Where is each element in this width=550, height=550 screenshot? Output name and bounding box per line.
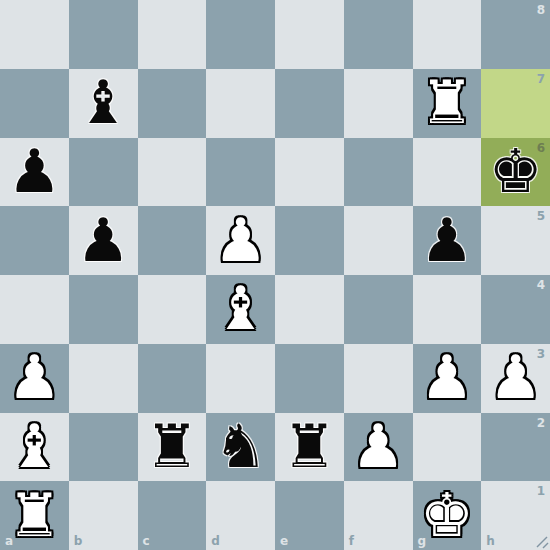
square-a5[interactable] <box>0 206 69 275</box>
square-g7[interactable]: ♜ <box>413 69 482 138</box>
square-a3[interactable]: ♟ <box>0 344 69 413</box>
square-g8[interactable] <box>413 0 482 69</box>
square-b7[interactable]: ♝ <box>69 69 138 138</box>
chess-board[interactable]: 8♝♜7♟♚6♟♟♟5♝4♟♟♟3♝♜♞♜♟2♜abcdef♚g1h <box>0 0 550 550</box>
square-b6[interactable] <box>69 138 138 207</box>
white-pawn-g3[interactable]: ♟ <box>420 347 474 407</box>
rank-coordinate-3: 3 <box>537 348 545 360</box>
square-b5[interactable]: ♟ <box>69 206 138 275</box>
square-a8[interactable] <box>0 0 69 69</box>
square-h3[interactable]: ♟3 <box>481 344 550 413</box>
square-a1[interactable]: ♜a <box>0 481 69 550</box>
square-d6[interactable] <box>206 138 275 207</box>
black-knight-d2[interactable]: ♞ <box>214 416 268 476</box>
white-bishop-a2[interactable]: ♝ <box>7 416 61 476</box>
white-pawn-a3[interactable]: ♟ <box>7 347 61 407</box>
square-g4[interactable] <box>413 275 482 344</box>
square-g2[interactable] <box>413 413 482 482</box>
square-g3[interactable]: ♟ <box>413 344 482 413</box>
rank-coordinate-5: 5 <box>537 210 545 222</box>
chess-board-container: 8♝♜7♟♚6♟♟♟5♝4♟♟♟3♝♜♞♜♟2♜abcdef♚g1h <box>0 0 550 550</box>
square-d2[interactable]: ♞ <box>206 413 275 482</box>
square-c1[interactable]: c <box>138 481 207 550</box>
square-d8[interactable] <box>206 0 275 69</box>
square-d1[interactable]: d <box>206 481 275 550</box>
square-b2[interactable] <box>69 413 138 482</box>
square-e8[interactable] <box>275 0 344 69</box>
file-coordinate-c: c <box>143 535 150 547</box>
square-d3[interactable] <box>206 344 275 413</box>
square-b8[interactable] <box>69 0 138 69</box>
square-c3[interactable] <box>138 344 207 413</box>
square-h2[interactable]: 2 <box>481 413 550 482</box>
black-pawn-a6[interactable]: ♟ <box>7 141 61 201</box>
square-c8[interactable] <box>138 0 207 69</box>
square-h6[interactable]: ♚6 <box>481 138 550 207</box>
square-c6[interactable] <box>138 138 207 207</box>
square-h4[interactable]: 4 <box>481 275 550 344</box>
square-e4[interactable] <box>275 275 344 344</box>
square-a4[interactable] <box>0 275 69 344</box>
rank-coordinate-8: 8 <box>537 4 545 16</box>
white-bishop-d4[interactable]: ♝ <box>214 278 268 338</box>
square-h1[interactable]: 1h <box>481 481 550 550</box>
file-coordinate-f: f <box>349 535 354 547</box>
file-coordinate-b: b <box>74 535 83 547</box>
black-rook-c2[interactable]: ♜ <box>145 416 199 476</box>
board-resize-grip-icon[interactable] <box>535 535 549 549</box>
rank-coordinate-2: 2 <box>537 417 545 429</box>
square-f2[interactable]: ♟ <box>344 413 413 482</box>
square-f7[interactable] <box>344 69 413 138</box>
file-coordinate-h: h <box>486 535 495 547</box>
white-pawn-h3[interactable]: ♟ <box>489 347 543 407</box>
square-b1[interactable]: b <box>69 481 138 550</box>
rank-coordinate-1: 1 <box>537 485 545 497</box>
file-coordinate-e: e <box>280 535 288 547</box>
black-pawn-b5[interactable]: ♟ <box>76 210 130 270</box>
square-f5[interactable] <box>344 206 413 275</box>
rank-coordinate-7: 7 <box>537 73 545 85</box>
square-c2[interactable]: ♜ <box>138 413 207 482</box>
square-d7[interactable] <box>206 69 275 138</box>
square-a2[interactable]: ♝ <box>0 413 69 482</box>
square-f4[interactable] <box>344 275 413 344</box>
square-e5[interactable] <box>275 206 344 275</box>
square-c7[interactable] <box>138 69 207 138</box>
white-pawn-d5[interactable]: ♟ <box>214 210 268 270</box>
black-king-h6[interactable]: ♚ <box>489 141 543 201</box>
file-coordinate-d: d <box>211 535 220 547</box>
black-pawn-g5[interactable]: ♟ <box>420 210 474 270</box>
square-e1[interactable]: e <box>275 481 344 550</box>
square-d5[interactable]: ♟ <box>206 206 275 275</box>
square-e6[interactable] <box>275 138 344 207</box>
square-g6[interactable] <box>413 138 482 207</box>
black-rook-e2[interactable]: ♜ <box>282 416 336 476</box>
white-rook-g7[interactable]: ♜ <box>420 72 474 132</box>
square-b4[interactable] <box>69 275 138 344</box>
square-a6[interactable]: ♟ <box>0 138 69 207</box>
square-f8[interactable] <box>344 0 413 69</box>
white-king-g1[interactable]: ♚ <box>420 485 474 545</box>
square-g1[interactable]: ♚g <box>413 481 482 550</box>
file-coordinate-g: g <box>418 535 427 547</box>
square-e2[interactable]: ♜ <box>275 413 344 482</box>
square-h5[interactable]: 5 <box>481 206 550 275</box>
white-pawn-f2[interactable]: ♟ <box>351 416 405 476</box>
square-f3[interactable] <box>344 344 413 413</box>
file-coordinate-a: a <box>5 535 13 547</box>
square-a7[interactable] <box>0 69 69 138</box>
rank-coordinate-4: 4 <box>537 279 545 291</box>
square-f1[interactable]: f <box>344 481 413 550</box>
square-e3[interactable] <box>275 344 344 413</box>
square-c5[interactable] <box>138 206 207 275</box>
black-bishop-b7[interactable]: ♝ <box>76 72 130 132</box>
square-h8[interactable]: 8 <box>481 0 550 69</box>
square-g5[interactable]: ♟ <box>413 206 482 275</box>
square-h7[interactable]: 7 <box>481 69 550 138</box>
square-d4[interactable]: ♝ <box>206 275 275 344</box>
square-b3[interactable] <box>69 344 138 413</box>
square-e7[interactable] <box>275 69 344 138</box>
square-f6[interactable] <box>344 138 413 207</box>
rank-coordinate-6: 6 <box>537 142 545 154</box>
white-rook-a1[interactable]: ♜ <box>7 485 61 545</box>
square-c4[interactable] <box>138 275 207 344</box>
